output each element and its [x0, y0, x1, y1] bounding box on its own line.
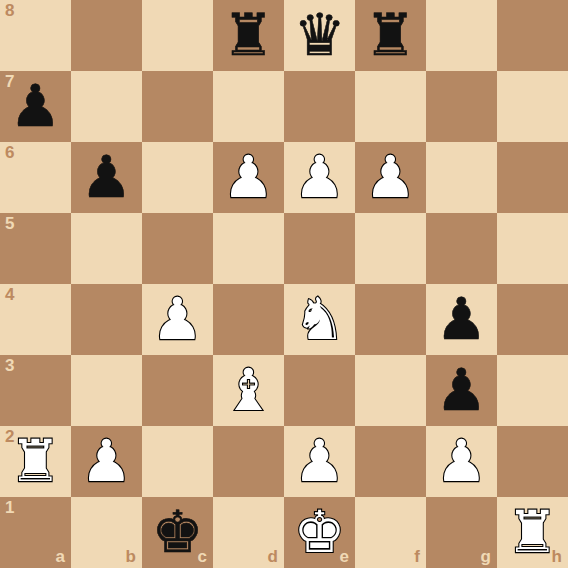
square-a5[interactable]: 5: [0, 213, 71, 284]
square-g3[interactable]: ♟: [426, 355, 497, 426]
file-label-f: f: [414, 548, 420, 565]
square-a7[interactable]: 7♟: [0, 71, 71, 142]
square-b6[interactable]: ♟: [71, 142, 142, 213]
square-g4[interactable]: ♟: [426, 284, 497, 355]
black-pawn-b6[interactable]: ♟: [71, 142, 142, 213]
square-g8[interactable]: [426, 0, 497, 71]
square-d3[interactable]: ♝: [213, 355, 284, 426]
square-f4[interactable]: [355, 284, 426, 355]
white-pawn-d6[interactable]: ♟: [213, 142, 284, 213]
square-h3[interactable]: [497, 355, 568, 426]
file-label-d: d: [268, 548, 278, 565]
square-a3[interactable]: 3: [0, 355, 71, 426]
square-c1[interactable]: c♚: [142, 497, 213, 568]
square-h1[interactable]: h♜: [497, 497, 568, 568]
white-rook-h1[interactable]: ♜: [497, 497, 568, 568]
square-b5[interactable]: [71, 213, 142, 284]
square-g6[interactable]: [426, 142, 497, 213]
white-king-e1[interactable]: ♚: [284, 497, 355, 568]
square-e2[interactable]: ♟: [284, 426, 355, 497]
square-e1[interactable]: e♚: [284, 497, 355, 568]
square-g5[interactable]: [426, 213, 497, 284]
square-g1[interactable]: g: [426, 497, 497, 568]
square-f5[interactable]: [355, 213, 426, 284]
square-a2[interactable]: 2♜: [0, 426, 71, 497]
rank-label-5: 5: [5, 215, 14, 232]
square-a6[interactable]: 6: [0, 142, 71, 213]
square-b1[interactable]: b: [71, 497, 142, 568]
square-f3[interactable]: [355, 355, 426, 426]
square-b8[interactable]: [71, 0, 142, 71]
black-rook-f8[interactable]: ♜: [355, 0, 426, 71]
square-c4[interactable]: ♟: [142, 284, 213, 355]
black-queen-e8[interactable]: ♛: [284, 0, 355, 71]
white-pawn-b2[interactable]: ♟: [71, 426, 142, 497]
square-f6[interactable]: ♟: [355, 142, 426, 213]
rank-label-3: 3: [5, 357, 14, 374]
square-b4[interactable]: [71, 284, 142, 355]
square-h7[interactable]: [497, 71, 568, 142]
rank-label-1: 1: [5, 499, 14, 516]
white-pawn-g2[interactable]: ♟: [426, 426, 497, 497]
square-d4[interactable]: [213, 284, 284, 355]
square-c6[interactable]: [142, 142, 213, 213]
square-c8[interactable]: [142, 0, 213, 71]
square-b2[interactable]: ♟: [71, 426, 142, 497]
square-b3[interactable]: [71, 355, 142, 426]
square-f7[interactable]: [355, 71, 426, 142]
square-c5[interactable]: [142, 213, 213, 284]
white-bishop-d3[interactable]: ♝: [213, 355, 284, 426]
square-d5[interactable]: [213, 213, 284, 284]
square-d2[interactable]: [213, 426, 284, 497]
square-f1[interactable]: f: [355, 497, 426, 568]
file-label-g: g: [481, 548, 491, 565]
black-pawn-g3[interactable]: ♟: [426, 355, 497, 426]
white-pawn-e6[interactable]: ♟: [284, 142, 355, 213]
white-pawn-e2[interactable]: ♟: [284, 426, 355, 497]
square-e8[interactable]: ♛: [284, 0, 355, 71]
black-pawn-a7[interactable]: ♟: [0, 71, 71, 142]
square-e4[interactable]: ♞: [284, 284, 355, 355]
square-e6[interactable]: ♟: [284, 142, 355, 213]
white-pawn-c4[interactable]: ♟: [142, 284, 213, 355]
square-d1[interactable]: d: [213, 497, 284, 568]
file-label-b: b: [126, 548, 136, 565]
white-knight-e4[interactable]: ♞: [284, 284, 355, 355]
white-rook-a2[interactable]: ♜: [0, 426, 71, 497]
file-label-a: a: [56, 548, 65, 565]
square-h8[interactable]: [497, 0, 568, 71]
square-h6[interactable]: [497, 142, 568, 213]
square-h2[interactable]: [497, 426, 568, 497]
square-a4[interactable]: 4: [0, 284, 71, 355]
black-pawn-g4[interactable]: ♟: [426, 284, 497, 355]
square-d6[interactable]: ♟: [213, 142, 284, 213]
rank-label-6: 6: [5, 144, 14, 161]
square-a8[interactable]: 8: [0, 0, 71, 71]
square-c2[interactable]: [142, 426, 213, 497]
rank-label-4: 4: [5, 286, 14, 303]
square-c7[interactable]: [142, 71, 213, 142]
square-d7[interactable]: [213, 71, 284, 142]
square-d8[interactable]: ♜: [213, 0, 284, 71]
square-e3[interactable]: [284, 355, 355, 426]
square-a1[interactable]: 1a: [0, 497, 71, 568]
square-h5[interactable]: [497, 213, 568, 284]
white-pawn-f6[interactable]: ♟: [355, 142, 426, 213]
chess-board: 8♜♛♜7♟6♟♟♟♟54♟♞♟3♝♟2♜♟♟♟1abc♚de♚fgh♜: [0, 0, 568, 568]
black-rook-d8[interactable]: ♜: [213, 0, 284, 71]
square-g2[interactable]: ♟: [426, 426, 497, 497]
rank-label-8: 8: [5, 2, 14, 19]
square-h4[interactable]: [497, 284, 568, 355]
square-c3[interactable]: [142, 355, 213, 426]
square-f8[interactable]: ♜: [355, 0, 426, 71]
square-e5[interactable]: [284, 213, 355, 284]
square-b7[interactable]: [71, 71, 142, 142]
square-f2[interactable]: [355, 426, 426, 497]
square-g7[interactable]: [426, 71, 497, 142]
square-e7[interactable]: [284, 71, 355, 142]
black-king-c1[interactable]: ♚: [142, 497, 213, 568]
